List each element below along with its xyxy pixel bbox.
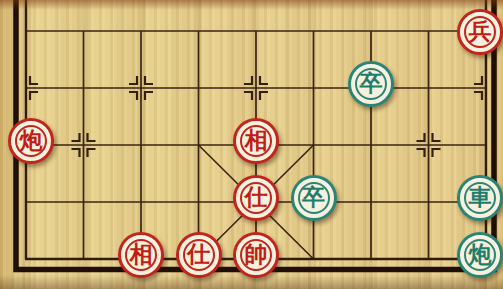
piece-glyph: 卒 — [355, 68, 387, 100]
red-elephant[interactable]: 相 — [233, 118, 279, 164]
piece-glyph: 相 — [125, 239, 157, 271]
piece-glyph: 仕 — [183, 239, 215, 271]
red-advisor[interactable]: 仕 — [233, 175, 279, 221]
green-cannon[interactable]: 炮 — [457, 232, 503, 278]
green-soldier[interactable]: 卒 — [348, 61, 394, 107]
red-soldier[interactable]: 兵 — [457, 9, 503, 55]
piece-glyph: 仕 — [240, 182, 272, 214]
piece-glyph: 帥 — [240, 239, 272, 271]
red-elephant[interactable]: 相 — [118, 232, 164, 278]
piece-glyph: 炮 — [15, 125, 47, 157]
green-chariot[interactable]: 車 — [457, 175, 503, 221]
board-grid: 兵卒炮相仕卒車相仕帥炮 — [0, 3, 503, 288]
piece-glyph: 相 — [240, 125, 272, 157]
red-cannon[interactable]: 炮 — [8, 118, 54, 164]
green-soldier[interactable]: 卒 — [291, 175, 337, 221]
piece-glyph: 車 — [464, 182, 496, 214]
red-advisor[interactable]: 仕 — [176, 232, 222, 278]
piece-glyph: 兵 — [464, 16, 496, 48]
xiangqi-board: 兵卒炮相仕卒車相仕帥炮 — [0, 0, 503, 289]
piece-glyph: 炮 — [464, 239, 496, 271]
piece-glyph: 卒 — [298, 182, 330, 214]
red-general[interactable]: 帥 — [233, 232, 279, 278]
